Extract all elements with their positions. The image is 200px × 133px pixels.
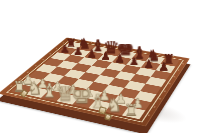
piece-white-rook-h1: ♜ <box>122 100 140 118</box>
piece-white-king-e1: ♚ <box>72 90 90 108</box>
chess-board: abcdefgh abcdefgh 87654321 87654321 ♜♞♝♛… <box>0 37 190 126</box>
product-photo: abcdefgh abcdefgh 87654321 87654321 ♜♞♝♛… <box>0 0 200 133</box>
piece-white-knight-g1: ♞ <box>105 97 123 115</box>
